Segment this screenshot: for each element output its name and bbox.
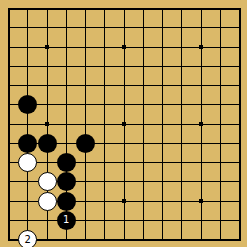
board-intersection [37,134,56,153]
move-number-label: 2 [25,235,31,245]
black-stone [18,134,37,153]
board-intersection [57,153,76,172]
black-stone [57,153,76,172]
board-intersection [18,134,37,153]
board-intersection [18,153,37,172]
board-intersection: 1 [57,211,76,230]
black-stone [38,134,57,153]
black-stone [57,172,76,191]
white-stone [38,172,57,191]
black-stone-move-1: 1 [57,211,76,230]
board-intersection [57,172,76,191]
white-stone [38,192,57,211]
go-board: 12 [0,0,247,247]
board-intersection [37,172,56,191]
board-intersection [37,191,56,210]
black-stone [18,95,37,114]
board-intersection: 2 [18,230,37,247]
stones-layer: 12 [0,0,247,247]
board-intersection [57,191,76,210]
black-stone [57,192,76,211]
board-intersection [18,95,37,114]
move-number-label: 1 [63,215,69,225]
board-intersection [76,134,95,153]
white-stone-move-2: 2 [18,230,37,247]
white-stone [18,153,37,172]
black-stone [76,134,95,153]
